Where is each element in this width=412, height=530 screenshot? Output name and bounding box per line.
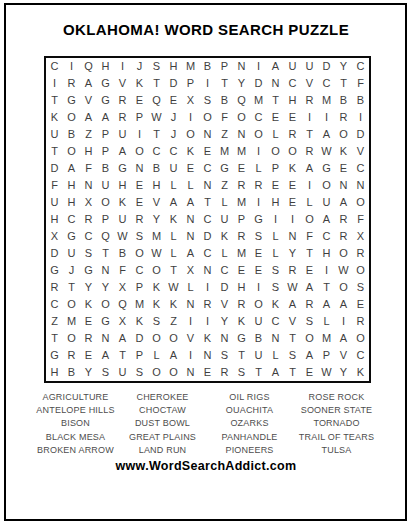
grid-cell: S [250, 228, 267, 245]
grid-cell: K [267, 296, 284, 313]
grid-cell: G [114, 160, 131, 177]
grid-cell: T [250, 364, 267, 381]
grid-cell: U [46, 194, 63, 211]
grid-cell: H [46, 211, 63, 228]
grid-cell: Y [148, 211, 165, 228]
grid-cell: U [97, 177, 114, 194]
grid-cell: O [63, 296, 80, 313]
grid-cell: C [46, 58, 63, 75]
grid-cell: O [131, 245, 148, 262]
grid-cell: N [233, 126, 250, 143]
grid-cell: L [148, 347, 165, 364]
word-list-item: BLACK MESA [33, 431, 118, 444]
grid-cell: D [46, 245, 63, 262]
grid-cell: N [199, 262, 216, 279]
grid-cell: S [267, 262, 284, 279]
grid-cell: L [267, 347, 284, 364]
grid-cell: E [131, 194, 148, 211]
grid-cell: C [63, 211, 80, 228]
grid-cell: M [148, 228, 165, 245]
grid-cell: X [80, 194, 97, 211]
grid-cell: P [97, 126, 114, 143]
grid-cell: J [165, 109, 182, 126]
grid-cell: Q [148, 92, 165, 109]
grid-cell: R [250, 177, 267, 194]
grid-cell: E [267, 109, 284, 126]
grid-cell: S [97, 364, 114, 381]
grid-cell: A [301, 160, 318, 177]
grid-cell: Z [46, 313, 63, 330]
grid-cell: U [318, 194, 335, 211]
grid-cell: A [114, 330, 131, 347]
word-list-item: OZARKS [207, 417, 292, 430]
grid-cell: G [46, 262, 63, 279]
grid-cell: N [216, 330, 233, 347]
grid-cell: C [318, 75, 335, 92]
grid-cell: O [165, 364, 182, 381]
grid-cell: A [97, 347, 114, 364]
grid-cell: T [148, 75, 165, 92]
grid-cell: O [165, 330, 182, 347]
grid-cell: F [301, 228, 318, 245]
grid-cell: T [335, 75, 352, 92]
grid-cell: V [114, 75, 131, 92]
grid-cell: N [182, 296, 199, 313]
grid-cell: A [335, 330, 352, 347]
grid-cell: I [182, 313, 199, 330]
grid-cell: U [46, 126, 63, 143]
grid-cell: N [233, 58, 250, 75]
grid-cell: O [335, 245, 352, 262]
grid-cell: B [148, 160, 165, 177]
grid-cell: E [284, 177, 301, 194]
grid-cell: N [182, 211, 199, 228]
grid-cell: R [216, 364, 233, 381]
grid-cell: R [46, 279, 63, 296]
grid-cell: C [216, 262, 233, 279]
grid-cell: O [352, 330, 369, 347]
grid-cell: E [284, 109, 301, 126]
grid-cell: Q [97, 228, 114, 245]
grid-cell: A [165, 347, 182, 364]
grid-cell: E [335, 160, 352, 177]
grid-cell: P [131, 109, 148, 126]
grid-cell: H [284, 92, 301, 109]
grid-cell: W [148, 109, 165, 126]
grid-cell: M [63, 313, 80, 330]
grid-cell: W [114, 228, 131, 245]
grid-cell: M [250, 92, 267, 109]
grid-cell: I [182, 109, 199, 126]
grid-cell: E [301, 262, 318, 279]
grid-cell: Q [233, 92, 250, 109]
word-list-item: CHOCTAW [120, 404, 205, 417]
grid-cell: Y [216, 313, 233, 330]
grid-cell: S [284, 347, 301, 364]
word-list-item: DUST BOWL [120, 417, 205, 430]
word-list-item: CHEROKEE [120, 391, 205, 404]
grid-cell: R [335, 211, 352, 228]
grid-cell: O [301, 211, 318, 228]
grid-cell: G [46, 347, 63, 364]
grid-cell: I [199, 313, 216, 330]
grid-cell: K [352, 364, 369, 381]
grid-cell: Y [80, 279, 97, 296]
grid-cell: T [165, 262, 182, 279]
grid-cell: I [267, 211, 284, 228]
grid-cell: T [216, 75, 233, 92]
grid-cell: P [318, 347, 335, 364]
grid-cell: F [80, 160, 97, 177]
grid-cell: T [46, 92, 63, 109]
grid-cell: M [318, 330, 335, 347]
grid-cell: L [216, 245, 233, 262]
grid-cell: F [352, 211, 369, 228]
grid-cell: K [165, 296, 182, 313]
grid-cell: O [301, 330, 318, 347]
grid-cell: O [63, 109, 80, 126]
grid-cell: C [199, 211, 216, 228]
grid-cell: I [131, 126, 148, 143]
grid-cell: T [284, 330, 301, 347]
grid-cell: N [199, 126, 216, 143]
grid-cell: K [80, 296, 97, 313]
grid-cell: E [284, 194, 301, 211]
grid-cell: T [301, 126, 318, 143]
grid-cell: K [216, 228, 233, 245]
grid-cell: K [46, 109, 63, 126]
grid-cell: O [199, 109, 216, 126]
grid-cell: K [182, 143, 199, 160]
word-list-item: LAND RUN [120, 444, 205, 457]
grid-cell: R [284, 262, 301, 279]
grid-cell: K [114, 194, 131, 211]
grid-cell: L [250, 160, 267, 177]
grid-cell: S [148, 58, 165, 75]
grid-cell: X [352, 228, 369, 245]
grid-cell: Q [80, 58, 97, 75]
grid-cell: L [267, 126, 284, 143]
puzzle-page: OKLAHOMA! WORD SEARCH PUZZLE CIQHIJSHMBP… [0, 0, 412, 530]
grid-cell: B [97, 160, 114, 177]
grid-cell: J [131, 58, 148, 75]
grid-cell: N [267, 330, 284, 347]
grid-cell: U [301, 58, 318, 75]
grid-cell: O [335, 279, 352, 296]
grid-cell: W [148, 245, 165, 262]
grid-cell: S [131, 228, 148, 245]
grid-cell: I [250, 58, 267, 75]
grid-cell: I [318, 109, 335, 126]
grid-cell: C [80, 228, 97, 245]
grid-cell: G [63, 228, 80, 245]
grid-cell: R [233, 177, 250, 194]
grid-cell: T [63, 279, 80, 296]
grid-cell: E [199, 143, 216, 160]
grid-cell: L [165, 177, 182, 194]
word-list-item: OUACHITA [207, 404, 292, 417]
grid-cell: D [46, 160, 63, 177]
grid-cell: V [216, 296, 233, 313]
grid-cell: A [165, 194, 182, 211]
grid-cell: S [233, 364, 250, 381]
grid-cell: O [148, 364, 165, 381]
grid-cell: N [267, 75, 284, 92]
grid-cell: D [318, 58, 335, 75]
grid-cell: A [301, 279, 318, 296]
grid-cell: S [148, 313, 165, 330]
grid-cell: W [284, 279, 301, 296]
word-list-item: ROSE ROCK [294, 391, 379, 404]
grid-cell: N [131, 160, 148, 177]
grid-cell: P [267, 160, 284, 177]
grid-cell: D [250, 75, 267, 92]
grid-cell: Y [97, 279, 114, 296]
grid-cell: R [335, 109, 352, 126]
grid-cell: K [148, 296, 165, 313]
grid-cell: J [165, 126, 182, 143]
grid-cell: T [199, 194, 216, 211]
grid-cell: H [63, 194, 80, 211]
grid-cell: I [284, 211, 301, 228]
grid-cell: A [267, 58, 284, 75]
grid-cell: O [352, 262, 369, 279]
grid-cell: R [114, 109, 131, 126]
grid-cell: S [80, 245, 97, 262]
grid-cell: J [63, 262, 80, 279]
grid-cell: I [352, 109, 369, 126]
grid-cell: S [216, 347, 233, 364]
grid-cell: T [267, 92, 284, 109]
grid-cell: O [148, 330, 165, 347]
grid-cell: T [318, 279, 335, 296]
grid-cell: A [267, 364, 284, 381]
grid-cell: A [114, 143, 131, 160]
grid-cell: R [335, 228, 352, 245]
grid-cell: I [182, 347, 199, 364]
grid-cell: N [199, 177, 216, 194]
word-search-grid: CIQHIJSHMBPNIAUUDYCIRAGVKTDPITYDNCVCTFTG… [46, 58, 369, 381]
grid-cell: T [284, 364, 301, 381]
grid-cell: R [233, 296, 250, 313]
grid-cell: K [131, 313, 148, 330]
grid-cell: D [216, 279, 233, 296]
grid-cell: C [131, 262, 148, 279]
grid-cell: L [267, 245, 284, 262]
grid-cell: U [114, 211, 131, 228]
grid-cell: Z [216, 177, 233, 194]
grid-cell: O [63, 330, 80, 347]
grid-cell: O [131, 143, 148, 160]
grid-cell: P [233, 211, 250, 228]
grid-cell: M [131, 296, 148, 313]
grid-cell: O [335, 126, 352, 143]
grid-cell: O [233, 109, 250, 126]
grid-cell: C [148, 143, 165, 160]
grid-cell: T [46, 143, 63, 160]
grid-cell: E [182, 160, 199, 177]
grid-cell: I [301, 177, 318, 194]
grid-cell: A [97, 109, 114, 126]
word-list-column: AGRICULTUREANTELOPE HILLSBISONBLACK MESA… [33, 391, 118, 457]
grid-cell: A [335, 296, 352, 313]
grid-cell: R [284, 126, 301, 143]
grid-cell: R [352, 245, 369, 262]
grid-cell: T [301, 245, 318, 262]
grid-cell: L [216, 194, 233, 211]
grid-cell: D [352, 126, 369, 143]
grid-cell: L [182, 177, 199, 194]
grid-cell: O [63, 143, 80, 160]
grid-cell: K [284, 160, 301, 177]
grid-cell: C [352, 347, 369, 364]
grid-cell: N [335, 177, 352, 194]
grid-cell: A [182, 245, 199, 262]
grid-cell: D [199, 228, 216, 245]
grid-cell: R [63, 75, 80, 92]
grid-cell: O [97, 296, 114, 313]
grid-cell: R [80, 330, 97, 347]
grid-cell: R [199, 296, 216, 313]
word-list-item: OIL RIGS [207, 391, 292, 404]
grid-cell: H [318, 245, 335, 262]
word-list-item: BISON [33, 417, 118, 430]
grid-cell: I [250, 194, 267, 211]
puzzle-title: OKLAHOMA! WORD SEARCH PUZZLE [0, 21, 412, 38]
grid-cell: C [46, 296, 63, 313]
grid-cell: B [199, 58, 216, 75]
grid-cell: T [148, 126, 165, 143]
grid-cell: A [335, 194, 352, 211]
grid-cell: S [352, 279, 369, 296]
grid-cell: L [318, 313, 335, 330]
grid-cell: E [250, 245, 267, 262]
grid-cell: X [182, 92, 199, 109]
grid-cell: R [63, 347, 80, 364]
grid-cell: P [97, 143, 114, 160]
grid-cell: C [199, 160, 216, 177]
grid-cell: V [301, 75, 318, 92]
grid-cell: C [165, 143, 182, 160]
grid-cell: U [114, 364, 131, 381]
grid-cell: C [267, 313, 284, 330]
grid-cell: G [318, 160, 335, 177]
grid-cell: N [97, 330, 114, 347]
grid-cell: B [335, 92, 352, 109]
grid-cell: F [46, 177, 63, 194]
grid-cell: E [131, 177, 148, 194]
grid-cell: Z [80, 126, 97, 143]
grid-cell: Z [165, 313, 182, 330]
grid-cell: P [216, 58, 233, 75]
grid-cell: Y [335, 58, 352, 75]
grid-cell: G [97, 313, 114, 330]
grid-cell: P [182, 75, 199, 92]
word-list-item: PIONEERS [207, 444, 292, 457]
grid-cell: T [97, 245, 114, 262]
word-list-item: GREAT PLAINS [120, 431, 205, 444]
grid-cell: E [301, 364, 318, 381]
grid-cell: O [148, 262, 165, 279]
grid-cell: B [63, 126, 80, 143]
grid-cell: S [301, 313, 318, 330]
grid-cell: O [182, 126, 199, 143]
grid-cell: O [250, 126, 267, 143]
grid-cell: X [46, 228, 63, 245]
grid-cell: O [352, 194, 369, 211]
grid-cell: M [182, 58, 199, 75]
grid-cell: B [352, 92, 369, 109]
grid-cell: O [97, 194, 114, 211]
grid-cell: V [352, 143, 369, 160]
grid-cell: C [352, 160, 369, 177]
grid-cell: P [131, 279, 148, 296]
grid-cell: N [97, 262, 114, 279]
grid-cell: U [250, 313, 267, 330]
grid-cell: Y [233, 75, 250, 92]
word-search-grid-box: CIQHIJSHMBPNIAUUDYCIRAGVKTDPITYDNCVCTFTG… [44, 56, 371, 383]
grid-cell: P [131, 347, 148, 364]
grid-cell: K [335, 143, 352, 160]
grid-cell: M [233, 245, 250, 262]
grid-cell: G [80, 262, 97, 279]
grid-cell: B [63, 364, 80, 381]
grid-cell: L [165, 228, 182, 245]
word-list-item: TORNADO [294, 417, 379, 430]
grid-cell: U [250, 347, 267, 364]
grid-cell: A [301, 347, 318, 364]
grid-cell: X [114, 279, 131, 296]
grid-cell: V [335, 347, 352, 364]
grid-cell: B [250, 330, 267, 347]
grid-cell: Y [335, 364, 352, 381]
grid-cell: V [80, 92, 97, 109]
grid-cell: K [199, 330, 216, 347]
grid-cell: M [233, 143, 250, 160]
grid-cell: F [352, 75, 369, 92]
grid-cell: A [318, 126, 335, 143]
grid-cell: I [199, 279, 216, 296]
word-list-column: CHEROKEECHOCTAWDUST BOWLGREAT PLAINSLAND… [120, 391, 205, 457]
grid-cell: H [46, 364, 63, 381]
grid-cell: S [267, 279, 284, 296]
grid-cell: L [182, 279, 199, 296]
grid-cell: Z [216, 126, 233, 143]
grid-cell: W [318, 143, 335, 160]
grid-cell: H [267, 194, 284, 211]
grid-cell: X [114, 313, 131, 330]
grid-cell: Y [80, 364, 97, 381]
grid-cell: I [63, 58, 80, 75]
grid-cell: C [318, 228, 335, 245]
grid-cell: N [182, 228, 199, 245]
grid-cell: F [114, 262, 131, 279]
grid-cell: V [148, 194, 165, 211]
word-list-column: ROSE ROCKSOONER STATETORNADOTRAIL OF TEA… [294, 391, 379, 457]
grid-cell: G [97, 92, 114, 109]
grid-cell: E [233, 262, 250, 279]
grid-cell: T [114, 347, 131, 364]
grid-cell: A [80, 109, 97, 126]
grid-cell: N [284, 228, 301, 245]
grid-cell: C [284, 75, 301, 92]
grid-cell: O [250, 296, 267, 313]
grid-cell: T [46, 330, 63, 347]
word-list: AGRICULTUREANTELOPE HILLSBISONBLACK MESA… [33, 391, 379, 457]
grid-cell: R [80, 211, 97, 228]
grid-cell: I [318, 262, 335, 279]
grid-cell: X [182, 262, 199, 279]
